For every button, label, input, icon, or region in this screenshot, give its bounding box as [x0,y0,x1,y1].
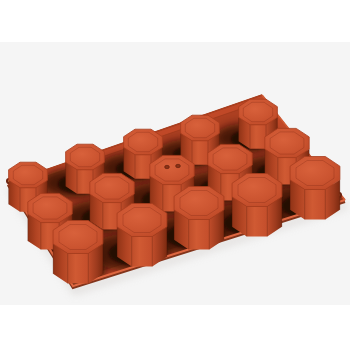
cavity-r3c5 [290,157,340,220]
cavity-r3c3 [174,187,224,250]
cavity-r3c2 [117,204,167,267]
cavity-top [208,144,252,173]
cavity-top [150,155,194,184]
cavity-top [265,128,309,157]
cavity-r3c1 [53,221,103,284]
cavity-top [53,221,103,254]
cavity-top [90,173,134,202]
cavity-top [290,157,340,190]
cavity-top [181,115,220,141]
cavity-top [174,187,224,220]
cavity-top [232,174,282,207]
cavity-top [117,204,167,237]
cavity-top [66,144,105,170]
vent-hole [176,164,181,167]
cavity-top [239,99,278,125]
cavity-r3c4 [232,174,282,237]
mold-product-photo [0,0,350,350]
vent-hole [165,165,170,168]
cavity-top [124,129,163,155]
cavity-top [28,193,72,222]
product-photo-canvas [0,0,350,350]
cavity-top [9,162,48,188]
